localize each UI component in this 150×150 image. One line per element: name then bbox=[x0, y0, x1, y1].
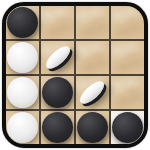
board-cell-r4c4[interactable]: ● bbox=[111, 111, 144, 144]
black-disc: ● bbox=[112, 112, 143, 143]
board-cell-r1c2[interactable] bbox=[41, 6, 74, 39]
board-cell-r1c1[interactable]: ● bbox=[6, 6, 39, 39]
black-disc: ● bbox=[42, 112, 73, 143]
board-cell-r3c3[interactable]: ○ bbox=[76, 76, 109, 109]
board-cell-r3c4[interactable] bbox=[111, 76, 144, 109]
board-cell-r2c3[interactable] bbox=[76, 41, 109, 74]
reversi-board: ●○○○●○○●●● bbox=[6, 6, 144, 144]
board-cell-r2c1[interactable]: ○ bbox=[6, 41, 39, 74]
white-disc: ○ bbox=[7, 42, 38, 73]
white-disc: ○ bbox=[7, 77, 38, 108]
board-cell-r4c1[interactable]: ○ bbox=[6, 111, 39, 144]
board-cell-r1c3[interactable] bbox=[76, 6, 109, 39]
board-cell-r3c2[interactable]: ● bbox=[41, 76, 74, 109]
flipping-disc: ○ bbox=[42, 43, 73, 73]
black-disc: ● bbox=[7, 7, 38, 38]
black-disc: ● bbox=[42, 77, 73, 108]
board-cell-r4c2[interactable]: ● bbox=[41, 111, 74, 144]
black-disc: ● bbox=[77, 112, 108, 143]
board-cell-r3c1[interactable]: ○ bbox=[6, 76, 39, 109]
board-cell-r4c3[interactable]: ● bbox=[76, 111, 109, 144]
flipping-disc: ○ bbox=[77, 78, 108, 108]
board-cell-r2c4[interactable] bbox=[111, 41, 144, 74]
board-cell-r2c2[interactable]: ○ bbox=[41, 41, 74, 74]
reversi-app-icon: ●○○○●○○●●● bbox=[2, 2, 148, 148]
white-disc: ○ bbox=[7, 112, 38, 143]
board-cell-r1c4[interactable] bbox=[111, 6, 144, 39]
